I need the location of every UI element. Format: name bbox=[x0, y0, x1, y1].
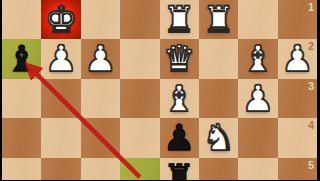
piece-white-pawn[interactable]: ♟ bbox=[41, 39, 80, 78]
square-c4[interactable]: ♞ bbox=[199, 118, 238, 157]
square-a2[interactable]: ♟2 bbox=[278, 39, 317, 78]
piece-white-bishop[interactable]: ♝ bbox=[160, 79, 199, 118]
piece-black-bishop[interactable]: ♝ bbox=[2, 39, 41, 78]
square-g5[interactable] bbox=[41, 158, 80, 181]
rank-label-1: 1 bbox=[308, 1, 314, 13]
piece-white-king[interactable]: ♚ bbox=[41, 0, 80, 39]
board-grid: ♚♜♜1♝♟♟♛♝♟2♝♟3♟♞4♜5 bbox=[2, 0, 317, 180]
square-a3[interactable]: 3 bbox=[278, 79, 317, 118]
rank-label-2: 2 bbox=[308, 40, 314, 52]
square-h5[interactable] bbox=[2, 158, 41, 181]
square-d4[interactable]: ♟ bbox=[160, 118, 199, 157]
chess-app-screenshot: ♚♜♜1♝♟♟♛♝♟2♝♟3♟♞4♜5 bbox=[0, 0, 320, 180]
square-b4[interactable] bbox=[238, 118, 277, 157]
square-g3[interactable] bbox=[41, 79, 80, 118]
piece-black-pawn[interactable]: ♟ bbox=[160, 118, 199, 157]
square-c1[interactable]: ♜ bbox=[199, 0, 238, 39]
square-a1[interactable]: 1 bbox=[278, 0, 317, 39]
square-h4[interactable] bbox=[2, 118, 41, 157]
piece-white-bishop[interactable]: ♝ bbox=[238, 39, 277, 78]
square-d1[interactable]: ♜ bbox=[160, 0, 199, 39]
square-f4[interactable] bbox=[81, 118, 120, 157]
square-b1[interactable] bbox=[238, 0, 277, 39]
square-g4[interactable] bbox=[41, 118, 80, 157]
square-f3[interactable] bbox=[81, 79, 120, 118]
rank-label-4: 4 bbox=[308, 119, 314, 131]
square-f1[interactable] bbox=[81, 0, 120, 39]
square-f2[interactable]: ♟ bbox=[81, 39, 120, 78]
square-c2[interactable] bbox=[199, 39, 238, 78]
piece-white-pawn[interactable]: ♟ bbox=[238, 79, 277, 118]
square-c3[interactable] bbox=[199, 79, 238, 118]
square-h3[interactable] bbox=[2, 79, 41, 118]
piece-white-knight[interactable]: ♞ bbox=[199, 118, 238, 157]
square-e1[interactable] bbox=[120, 0, 159, 39]
square-h2[interactable]: ♝ bbox=[2, 39, 41, 78]
square-a5[interactable]: 5 bbox=[278, 158, 317, 181]
square-b5[interactable] bbox=[238, 158, 277, 181]
piece-white-rook[interactable]: ♜ bbox=[199, 0, 238, 39]
rank-label-3: 3 bbox=[308, 80, 314, 92]
piece-white-rook[interactable]: ♜ bbox=[160, 0, 199, 39]
piece-white-pawn[interactable]: ♟ bbox=[81, 39, 120, 78]
square-d2[interactable]: ♛ bbox=[160, 39, 199, 78]
square-b2[interactable]: ♝ bbox=[238, 39, 277, 78]
square-e3[interactable] bbox=[120, 79, 159, 118]
square-g2[interactable]: ♟ bbox=[41, 39, 80, 78]
square-e5[interactable] bbox=[120, 158, 159, 181]
square-h1[interactable] bbox=[2, 0, 41, 39]
square-a4[interactable]: 4 bbox=[278, 118, 317, 157]
square-d3[interactable]: ♝ bbox=[160, 79, 199, 118]
square-c5[interactable] bbox=[199, 158, 238, 181]
rank-label-5: 5 bbox=[308, 159, 314, 171]
square-e2[interactable] bbox=[120, 39, 159, 78]
piece-white-queen[interactable]: ♛ bbox=[160, 39, 199, 78]
square-b3[interactable]: ♟ bbox=[238, 79, 277, 118]
square-e4[interactable] bbox=[120, 118, 159, 157]
piece-black-rook[interactable]: ♜ bbox=[160, 158, 199, 181]
square-d5[interactable]: ♜ bbox=[160, 158, 199, 181]
square-g1[interactable]: ♚ bbox=[41, 0, 80, 39]
square-f5[interactable] bbox=[81, 158, 120, 181]
